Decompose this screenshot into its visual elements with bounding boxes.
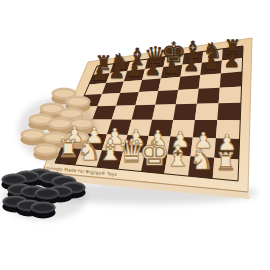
square-g5[interactable] xyxy=(197,88,220,104)
piece-white-bishop-f1[interactable]: ♝ xyxy=(165,142,191,171)
piece-black-pawn-d7[interactable]: ♟ xyxy=(144,59,161,78)
square-d5[interactable] xyxy=(135,91,158,105)
light-checker-disc[interactable] xyxy=(34,144,59,161)
dark-checker-disc[interactable] xyxy=(31,202,56,219)
square-f5[interactable] xyxy=(176,89,199,105)
piece-black-pawn-b7[interactable]: ♟ xyxy=(108,62,125,81)
piece-black-pawn-f7[interactable]: ♟ xyxy=(183,55,200,74)
piece-black-pawn-g7[interactable]: ♟ xyxy=(203,53,220,72)
square-e4[interactable] xyxy=(152,104,176,120)
piece-black-pawn-c7[interactable]: ♟ xyxy=(126,60,143,79)
square-h6[interactable] xyxy=(220,72,242,88)
square-e6[interactable] xyxy=(158,77,180,91)
square-h4[interactable] xyxy=(217,103,241,121)
square-d6[interactable] xyxy=(139,78,161,92)
piece-white-knight-g1[interactable]: ♞ xyxy=(189,146,213,173)
square-e5[interactable] xyxy=(155,90,178,105)
piece-black-pawn-e7[interactable]: ♟ xyxy=(163,57,180,76)
square-h5[interactable] xyxy=(219,87,242,104)
piece-black-pawn-a7[interactable]: ♟ xyxy=(91,64,108,83)
piece-white-rook-h1[interactable]: ♜ xyxy=(215,150,237,174)
square-g4[interactable] xyxy=(195,103,219,120)
piece-black-pawn-h7[interactable]: ♟ xyxy=(223,51,240,70)
square-g6[interactable] xyxy=(199,73,221,88)
product-photo-stage: ♜♞♝♛♚♝♞♜♟♟♟♟♟♟♟♟♟♟♟♟♟♟♟♟♜♞♝♛♚♝♞♜ Lovingl… xyxy=(0,0,270,270)
square-f4[interactable] xyxy=(173,104,197,120)
square-d4[interactable] xyxy=(132,105,156,120)
square-f6[interactable] xyxy=(178,75,200,90)
